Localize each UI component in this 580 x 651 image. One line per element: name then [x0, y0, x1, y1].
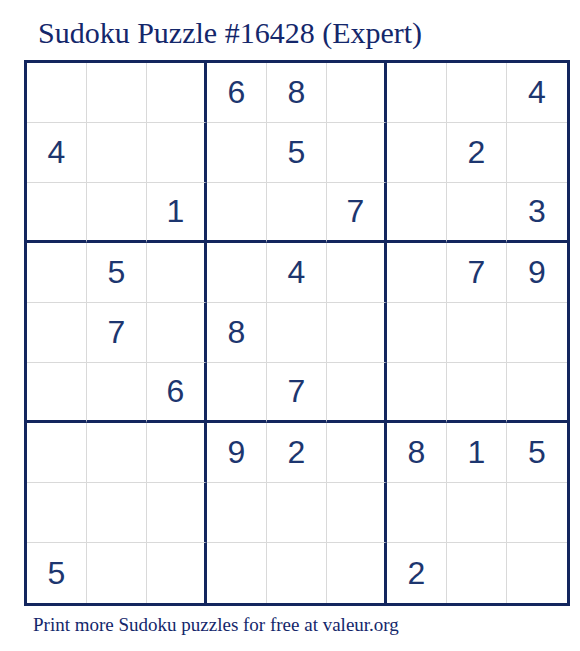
cell-r4c7	[387, 243, 447, 303]
cell-r1c6	[327, 63, 387, 123]
cell-r2c3	[147, 123, 207, 183]
cell-r1c7	[387, 63, 447, 123]
cell-r5c8	[447, 303, 507, 363]
cell-r9c6	[327, 543, 387, 603]
cell-r6c6	[327, 363, 387, 423]
cell-r4c2: 5	[87, 243, 147, 303]
cell-r8c4	[207, 483, 267, 543]
cell-r8c3	[147, 483, 207, 543]
cell-r7c2	[87, 423, 147, 483]
cell-r6c1	[27, 363, 87, 423]
cell-r7c3	[147, 423, 207, 483]
cell-r2c8: 2	[447, 123, 507, 183]
cell-r4c1	[27, 243, 87, 303]
cell-r5c9	[507, 303, 567, 363]
cell-r7c8: 1	[447, 423, 507, 483]
cell-r9c7: 2	[387, 543, 447, 603]
cell-r8c7	[387, 483, 447, 543]
cell-r9c8	[447, 543, 507, 603]
cell-r2c4	[207, 123, 267, 183]
cell-r5c2: 7	[87, 303, 147, 363]
cell-r5c3	[147, 303, 207, 363]
cell-r9c9	[507, 543, 567, 603]
cell-r2c7	[387, 123, 447, 183]
cell-r9c2	[87, 543, 147, 603]
cell-r7c9: 5	[507, 423, 567, 483]
cell-r8c6	[327, 483, 387, 543]
cell-r6c7	[387, 363, 447, 423]
cell-r8c5	[267, 483, 327, 543]
cell-r5c7	[387, 303, 447, 363]
cell-r1c3	[147, 63, 207, 123]
cell-r6c8	[447, 363, 507, 423]
cell-r1c1	[27, 63, 87, 123]
cell-r5c1	[27, 303, 87, 363]
cell-r4c8: 7	[447, 243, 507, 303]
page-title: Sudoku Puzzle #16428 (Expert)	[38, 16, 422, 49]
cell-r6c9	[507, 363, 567, 423]
cell-r5c4: 8	[207, 303, 267, 363]
cell-r2c9	[507, 123, 567, 183]
cell-r7c5: 2	[267, 423, 327, 483]
cell-r4c3	[147, 243, 207, 303]
cell-r3c6: 7	[327, 183, 387, 243]
cell-r9c1: 5	[27, 543, 87, 603]
cell-r3c4	[207, 183, 267, 243]
cell-r3c2	[87, 183, 147, 243]
cell-r5c5	[267, 303, 327, 363]
cell-r1c8	[447, 63, 507, 123]
cell-r4c5: 4	[267, 243, 327, 303]
sudoku-page: Sudoku Puzzle #16428 (Expert) 6844521735…	[0, 0, 580, 651]
cell-r7c6	[327, 423, 387, 483]
cell-r2c6	[327, 123, 387, 183]
cell-r7c7: 8	[387, 423, 447, 483]
cell-r6c4	[207, 363, 267, 423]
cell-r3c1	[27, 183, 87, 243]
cell-r9c4	[207, 543, 267, 603]
cell-r2c1: 4	[27, 123, 87, 183]
cell-r5c6	[327, 303, 387, 363]
cell-r4c9: 9	[507, 243, 567, 303]
cell-r2c5: 5	[267, 123, 327, 183]
cell-r4c6	[327, 243, 387, 303]
cell-r6c2	[87, 363, 147, 423]
cell-r8c9	[507, 483, 567, 543]
cell-r8c2	[87, 483, 147, 543]
cell-r3c5	[267, 183, 327, 243]
cell-r6c5: 7	[267, 363, 327, 423]
cell-r3c7	[387, 183, 447, 243]
cell-r4c4	[207, 243, 267, 303]
cell-r7c4: 9	[207, 423, 267, 483]
cell-r6c3: 6	[147, 363, 207, 423]
cell-r1c9: 4	[507, 63, 567, 123]
cell-r3c3: 1	[147, 183, 207, 243]
cell-r1c4: 6	[207, 63, 267, 123]
cell-r7c1	[27, 423, 87, 483]
cell-r8c8	[447, 483, 507, 543]
cell-r8c1	[27, 483, 87, 543]
cell-r2c2	[87, 123, 147, 183]
cell-r3c8	[447, 183, 507, 243]
cell-r3c9: 3	[507, 183, 567, 243]
footer-text: Print more Sudoku puzzles for free at va…	[33, 614, 399, 636]
sudoku-grid: 684452173547978679281552	[24, 60, 570, 606]
cell-r9c5	[267, 543, 327, 603]
cell-r1c2	[87, 63, 147, 123]
cell-r1c5: 8	[267, 63, 327, 123]
cell-r9c3	[147, 543, 207, 603]
